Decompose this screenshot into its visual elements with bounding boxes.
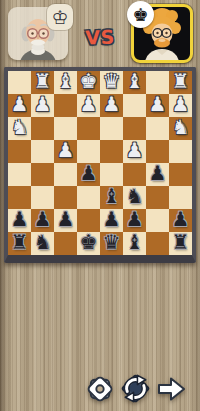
black-king-badge-glyph: ♚ xyxy=(132,1,148,28)
piece-bP-d7[interactable]: ♟ xyxy=(100,208,123,231)
rotate-icon xyxy=(119,372,152,405)
settings-button[interactable] xyxy=(86,374,114,407)
piece-bP-c7[interactable]: ♟ xyxy=(123,208,146,231)
chess-board: ♜♝♚♛♝♜♟♟♟♟♟♟♞♞♟♟♟♟♝♞♟♟♟♟♟♟♜♞♚♛♝♜ xyxy=(4,67,196,263)
piece-wP-d2[interactable]: ♟ xyxy=(100,93,123,116)
piece-bP-g7[interactable]: ♟ xyxy=(31,208,54,231)
square-g6[interactable] xyxy=(31,186,54,209)
square-f2[interactable] xyxy=(54,94,77,117)
square-d1[interactable]: ♛ xyxy=(100,71,123,94)
square-f6[interactable] xyxy=(54,186,77,209)
square-a1[interactable]: ♜ xyxy=(169,71,192,94)
square-g8[interactable]: ♞ xyxy=(31,232,54,255)
square-f5[interactable] xyxy=(54,163,77,186)
square-f8[interactable] xyxy=(54,232,77,255)
square-b8[interactable] xyxy=(146,232,169,255)
square-a6[interactable] xyxy=(169,186,192,209)
piece-wN-a3[interactable]: ♞ xyxy=(169,116,192,139)
piece-bP-a7[interactable]: ♟ xyxy=(169,208,192,231)
square-a2[interactable]: ♟ xyxy=(169,94,192,117)
square-b2[interactable]: ♟ xyxy=(146,94,169,117)
square-e3[interactable] xyxy=(77,117,100,140)
square-c6[interactable]: ♞ xyxy=(123,186,146,209)
square-b3[interactable] xyxy=(146,117,169,140)
square-d2[interactable]: ♟ xyxy=(100,94,123,117)
white-king-badge: ♔ xyxy=(47,4,73,30)
piece-bB-d6[interactable]: ♝ xyxy=(100,185,123,208)
piece-bN-c6[interactable]: ♞ xyxy=(123,185,146,208)
square-h1[interactable] xyxy=(8,71,31,94)
square-d6[interactable]: ♝ xyxy=(100,186,123,209)
square-e2[interactable]: ♟ xyxy=(77,94,100,117)
square-d7[interactable]: ♟ xyxy=(100,209,123,232)
piece-bP-e5[interactable]: ♟ xyxy=(77,162,100,185)
square-a3[interactable]: ♞ xyxy=(169,117,192,140)
square-g3[interactable] xyxy=(31,117,54,140)
square-f1[interactable]: ♝ xyxy=(54,71,77,94)
black-king-badge: ♚ xyxy=(127,1,154,28)
square-c8[interactable]: ♝ xyxy=(123,232,146,255)
square-f7[interactable]: ♟ xyxy=(54,209,77,232)
piece-wN-h3[interactable]: ♞ xyxy=(8,116,31,139)
piece-wP-b2[interactable]: ♟ xyxy=(146,93,169,116)
square-f3[interactable] xyxy=(54,117,77,140)
piece-wB-f1[interactable]: ♝ xyxy=(54,70,77,93)
piece-bB-c8[interactable]: ♝ xyxy=(123,231,146,254)
square-c3[interactable] xyxy=(123,117,146,140)
square-g4[interactable] xyxy=(31,140,54,163)
piece-wP-f4[interactable]: ♟ xyxy=(54,139,77,162)
piece-wK-e1[interactable]: ♚ xyxy=(77,70,100,93)
piece-bP-b5[interactable]: ♟ xyxy=(146,162,169,185)
square-b4[interactable] xyxy=(146,140,169,163)
square-h8[interactable]: ♜ xyxy=(8,232,31,255)
square-h5[interactable] xyxy=(8,163,31,186)
square-d5[interactable] xyxy=(100,163,123,186)
square-h7[interactable]: ♟ xyxy=(8,209,31,232)
piece-wP-h2[interactable]: ♟ xyxy=(8,93,31,116)
square-e5[interactable]: ♟ xyxy=(77,163,100,186)
square-e4[interactable] xyxy=(77,140,100,163)
piece-wP-e2[interactable]: ♟ xyxy=(77,93,100,116)
square-g5[interactable] xyxy=(31,163,54,186)
white-king-badge-glyph: ♔ xyxy=(51,4,68,30)
square-g7[interactable]: ♟ xyxy=(31,209,54,232)
piece-wQ-d1[interactable]: ♛ xyxy=(100,70,123,93)
arrow-right-icon xyxy=(157,376,187,402)
piece-bP-h7[interactable]: ♟ xyxy=(8,208,31,231)
flip-board-button[interactable] xyxy=(119,372,152,408)
square-d8[interactable]: ♛ xyxy=(100,232,123,255)
square-b5[interactable]: ♟ xyxy=(146,163,169,186)
square-e1[interactable]: ♚ xyxy=(77,71,100,94)
gear-icon xyxy=(86,374,114,404)
square-h2[interactable]: ♟ xyxy=(8,94,31,117)
piece-wR-a1[interactable]: ♜ xyxy=(169,70,192,93)
square-h3[interactable]: ♞ xyxy=(8,117,31,140)
piece-wP-g2[interactable]: ♟ xyxy=(31,93,54,116)
square-a5[interactable] xyxy=(169,163,192,186)
piece-bR-h8[interactable]: ♜ xyxy=(8,231,31,254)
square-c5[interactable] xyxy=(123,163,146,186)
piece-bR-a8[interactable]: ♜ xyxy=(169,231,192,254)
square-e8[interactable]: ♚ xyxy=(77,232,100,255)
player-white-card: ♔ xyxy=(8,7,68,60)
square-c7[interactable]: ♟ xyxy=(123,209,146,232)
player-black-card: ♚ xyxy=(131,4,193,63)
piece-wP-a2[interactable]: ♟ xyxy=(169,93,192,116)
square-b6[interactable] xyxy=(146,186,169,209)
piece-wR-g1[interactable]: ♜ xyxy=(31,70,54,93)
square-c1[interactable]: ♝ xyxy=(123,71,146,94)
square-h6[interactable] xyxy=(8,186,31,209)
piece-bN-g8[interactable]: ♞ xyxy=(31,231,54,254)
square-d3[interactable] xyxy=(100,117,123,140)
chess-app: ♔ VS xyxy=(0,0,200,411)
square-c4[interactable]: ♟ xyxy=(123,140,146,163)
piece-bK-e8[interactable]: ♚ xyxy=(77,231,100,254)
square-a8[interactable]: ♜ xyxy=(169,232,192,255)
square-a7[interactable]: ♟ xyxy=(169,209,192,232)
square-e6[interactable] xyxy=(77,186,100,209)
square-b1[interactable] xyxy=(146,71,169,94)
square-c2[interactable] xyxy=(123,94,146,117)
square-h4[interactable] xyxy=(8,140,31,163)
piece-wP-c4[interactable]: ♟ xyxy=(123,139,146,162)
square-a4[interactable] xyxy=(169,140,192,163)
square-g2[interactable]: ♟ xyxy=(31,94,54,117)
piece-bP-f7[interactable]: ♟ xyxy=(54,208,77,231)
piece-bQ-d8[interactable]: ♛ xyxy=(100,231,123,254)
square-d4[interactable] xyxy=(100,140,123,163)
next-button[interactable] xyxy=(157,376,187,405)
square-e7[interactable] xyxy=(77,209,100,232)
square-b7[interactable] xyxy=(146,209,169,232)
piece-wB-c1[interactable]: ♝ xyxy=(123,70,146,93)
vs-label: VS xyxy=(82,25,119,48)
square-f4[interactable]: ♟ xyxy=(54,140,77,163)
square-g1[interactable]: ♜ xyxy=(31,71,54,94)
